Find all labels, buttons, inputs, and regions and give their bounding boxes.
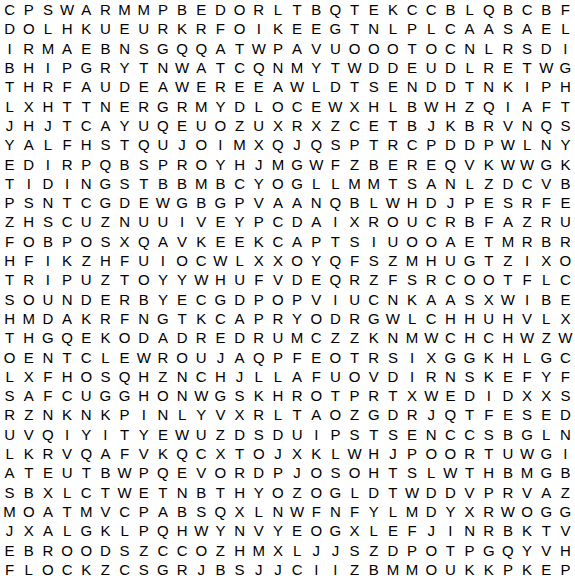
grid-cell[interactable]: J — [38, 116, 57, 135]
grid-cell[interactable]: C — [345, 116, 364, 135]
grid-cell[interactable]: J — [287, 135, 306, 154]
grid-cell[interactable]: V — [537, 540, 556, 559]
grid-cell[interactable]: L — [268, 367, 287, 386]
grid-cell[interactable]: W — [172, 77, 191, 96]
grid-cell[interactable]: Q — [115, 367, 134, 386]
grid-cell[interactable]: P — [0, 193, 19, 212]
grid-cell[interactable]: R — [172, 560, 191, 579]
grid-cell[interactable]: E — [172, 116, 191, 135]
grid-cell[interactable]: Z — [460, 96, 479, 115]
grid-cell[interactable]: V — [249, 193, 268, 212]
grid-cell[interactable]: T — [0, 174, 19, 193]
grid-cell[interactable]: S — [134, 39, 153, 58]
grid-cell[interactable]: Y — [115, 58, 134, 77]
grid-cell[interactable]: U — [230, 270, 249, 289]
grid-cell[interactable]: F — [517, 367, 536, 386]
grid-cell[interactable]: C — [422, 0, 441, 19]
grid-cell[interactable]: K — [57, 405, 76, 424]
grid-cell[interactable]: Z — [364, 540, 383, 559]
grid-cell[interactable]: R — [517, 232, 536, 251]
grid-cell[interactable]: L — [0, 444, 19, 463]
grid-cell[interactable]: A — [96, 444, 115, 463]
grid-cell[interactable]: X — [268, 251, 287, 270]
grid-cell[interactable]: D — [230, 328, 249, 347]
grid-cell[interactable]: L — [268, 405, 287, 424]
grid-cell[interactable]: A — [517, 19, 536, 38]
grid-cell[interactable]: N — [38, 347, 57, 366]
grid-cell[interactable]: H — [402, 193, 421, 212]
grid-cell[interactable]: D — [498, 174, 517, 193]
grid-cell[interactable]: O — [307, 521, 326, 540]
grid-cell[interactable]: E — [38, 463, 57, 482]
grid-cell[interactable]: G — [556, 58, 575, 77]
grid-cell[interactable]: A — [77, 0, 96, 19]
grid-cell[interactable]: Q — [249, 58, 268, 77]
grid-cell[interactable]: I — [57, 174, 76, 193]
grid-cell[interactable]: B — [96, 39, 115, 58]
grid-cell[interactable]: N — [115, 39, 134, 58]
grid-cell[interactable]: Q — [77, 444, 96, 463]
grid-cell[interactable]: O — [326, 347, 345, 366]
grid-cell[interactable]: D — [422, 502, 441, 521]
grid-cell[interactable]: E — [307, 270, 326, 289]
grid-cell[interactable]: A — [441, 289, 460, 308]
grid-cell[interactable]: E — [537, 405, 556, 424]
grid-cell[interactable]: G — [211, 289, 230, 308]
grid-cell[interactable]: M — [364, 174, 383, 193]
grid-cell[interactable]: O — [77, 367, 96, 386]
grid-cell[interactable]: W — [192, 270, 211, 289]
grid-cell[interactable]: W — [517, 154, 536, 173]
grid-cell[interactable]: I — [307, 425, 326, 444]
grid-cell[interactable]: A — [19, 135, 38, 154]
grid-cell[interactable]: A — [230, 309, 249, 328]
grid-cell[interactable]: T — [383, 116, 402, 135]
grid-cell[interactable]: L — [38, 19, 57, 38]
grid-cell[interactable]: L — [249, 96, 268, 115]
grid-cell[interactable]: H — [19, 58, 38, 77]
grid-cell[interactable]: S — [115, 540, 134, 559]
grid-cell[interactable]: G — [537, 347, 556, 366]
grid-cell[interactable]: S — [498, 193, 517, 212]
grid-cell[interactable]: W — [192, 521, 211, 540]
grid-cell[interactable]: D — [441, 77, 460, 96]
grid-cell[interactable]: J — [326, 540, 345, 559]
grid-cell[interactable]: R — [345, 270, 364, 289]
grid-cell[interactable]: B — [498, 425, 517, 444]
grid-cell[interactable]: H — [19, 328, 38, 347]
grid-cell[interactable]: K — [96, 405, 115, 424]
grid-cell[interactable]: A — [268, 77, 287, 96]
grid-cell[interactable]: H — [498, 328, 517, 347]
grid-cell[interactable]: W — [498, 289, 517, 308]
grid-cell[interactable]: Z — [498, 251, 517, 270]
grid-cell[interactable]: H — [479, 463, 498, 482]
grid-cell[interactable]: C — [460, 425, 479, 444]
grid-cell[interactable]: Y — [364, 502, 383, 521]
grid-cell[interactable]: W — [498, 154, 517, 173]
grid-cell[interactable]: E — [498, 405, 517, 424]
grid-cell[interactable]: L — [307, 77, 326, 96]
grid-cell[interactable]: E — [115, 347, 134, 366]
grid-cell[interactable]: R — [172, 96, 191, 115]
grid-cell[interactable]: T — [287, 405, 306, 424]
grid-cell[interactable]: A — [307, 405, 326, 424]
grid-cell[interactable]: K — [517, 560, 536, 579]
grid-cell[interactable]: E — [460, 232, 479, 251]
grid-cell[interactable]: U — [96, 77, 115, 96]
grid-cell[interactable]: R — [249, 405, 268, 424]
grid-cell[interactable]: Z — [345, 560, 364, 579]
grid-cell[interactable]: E — [0, 154, 19, 173]
grid-cell[interactable]: U — [192, 425, 211, 444]
grid-cell[interactable]: E — [172, 289, 191, 308]
grid-cell[interactable]: T — [57, 193, 76, 212]
grid-cell[interactable]: E — [364, 116, 383, 135]
grid-cell[interactable]: O — [517, 502, 536, 521]
grid-cell[interactable]: L — [307, 174, 326, 193]
grid-cell[interactable]: T — [383, 386, 402, 405]
grid-cell[interactable]: W — [57, 0, 76, 19]
grid-cell[interactable]: H — [38, 96, 57, 115]
grid-cell[interactable]: Y — [211, 154, 230, 173]
grid-cell[interactable]: R — [211, 77, 230, 96]
grid-cell[interactable]: T — [0, 270, 19, 289]
grid-cell[interactable]: V — [211, 405, 230, 424]
grid-cell[interactable]: G — [153, 309, 172, 328]
grid-cell[interactable]: I — [498, 96, 517, 115]
grid-cell[interactable]: R — [422, 367, 441, 386]
grid-cell[interactable]: J — [268, 444, 287, 463]
grid-cell[interactable]: J — [211, 347, 230, 366]
grid-cell[interactable]: P — [537, 77, 556, 96]
grid-cell[interactable]: W — [537, 58, 556, 77]
grid-cell[interactable]: R — [153, 347, 172, 366]
grid-cell[interactable]: O — [192, 154, 211, 173]
grid-cell[interactable]: D — [230, 289, 249, 308]
grid-cell[interactable]: F — [115, 251, 134, 270]
grid-cell[interactable]: C — [268, 212, 287, 231]
grid-cell[interactable]: B — [556, 463, 575, 482]
grid-cell[interactable]: T — [230, 39, 249, 58]
grid-cell[interactable]: I — [517, 77, 536, 96]
grid-cell[interactable]: T — [460, 77, 479, 96]
grid-cell[interactable]: X — [115, 232, 134, 251]
grid-cell[interactable]: N — [383, 328, 402, 347]
grid-cell[interactable]: U — [96, 19, 115, 38]
grid-cell[interactable]: Y — [0, 135, 19, 154]
grid-cell[interactable]: G — [287, 154, 306, 173]
grid-cell[interactable]: P — [268, 347, 287, 366]
grid-cell[interactable]: W — [115, 482, 134, 501]
grid-cell[interactable]: C — [0, 0, 19, 19]
grid-cell[interactable]: T — [230, 444, 249, 463]
grid-cell[interactable]: I — [249, 19, 268, 38]
grid-cell[interactable]: Y — [307, 58, 326, 77]
grid-cell[interactable]: L — [249, 502, 268, 521]
grid-cell[interactable]: O — [268, 482, 287, 501]
grid-cell[interactable]: T — [134, 174, 153, 193]
grid-cell[interactable]: A — [307, 212, 326, 231]
grid-cell[interactable]: T — [537, 521, 556, 540]
grid-cell[interactable]: G — [153, 560, 172, 579]
grid-cell[interactable]: E — [211, 212, 230, 231]
grid-cell[interactable]: O — [402, 232, 421, 251]
grid-cell[interactable]: G — [96, 174, 115, 193]
grid-cell[interactable]: J — [307, 540, 326, 559]
grid-cell[interactable]: E — [96, 289, 115, 308]
grid-cell[interactable]: U — [383, 232, 402, 251]
grid-cell[interactable]: W — [441, 463, 460, 482]
grid-cell[interactable]: A — [287, 232, 306, 251]
grid-cell[interactable]: L — [556, 19, 575, 38]
grid-cell[interactable]: E — [383, 154, 402, 173]
grid-cell[interactable]: L — [345, 482, 364, 501]
grid-cell[interactable]: N — [537, 135, 556, 154]
grid-cell[interactable]: F — [38, 367, 57, 386]
grid-cell[interactable]: E — [115, 19, 134, 38]
grid-cell[interactable]: B — [537, 232, 556, 251]
grid-cell[interactable]: L — [287, 540, 306, 559]
grid-cell[interactable]: M — [287, 328, 306, 347]
grid-cell[interactable]: F — [479, 405, 498, 424]
grid-cell[interactable]: M — [517, 463, 536, 482]
grid-cell[interactable]: V — [307, 289, 326, 308]
grid-cell[interactable]: F — [115, 444, 134, 463]
grid-cell[interactable]: G — [326, 521, 345, 540]
grid-cell[interactable]: L — [0, 367, 19, 386]
grid-cell[interactable]: R — [172, 154, 191, 173]
grid-cell[interactable]: Y — [192, 405, 211, 424]
grid-cell[interactable]: H — [57, 367, 76, 386]
grid-cell[interactable]: O — [19, 502, 38, 521]
grid-cell[interactable]: U — [479, 309, 498, 328]
grid-cell[interactable]: R — [153, 19, 172, 38]
grid-cell[interactable]: G — [537, 463, 556, 482]
grid-cell[interactable]: D — [383, 540, 402, 559]
grid-cell[interactable]: O — [307, 386, 326, 405]
grid-cell[interactable]: S — [460, 289, 479, 308]
grid-cell[interactable]: A — [422, 289, 441, 308]
grid-cell[interactable]: F — [19, 251, 38, 270]
grid-cell[interactable]: O — [230, 19, 249, 38]
grid-cell[interactable]: A — [287, 193, 306, 212]
grid-cell[interactable]: C — [153, 540, 172, 559]
grid-cell[interactable]: O — [230, 0, 249, 19]
grid-cell[interactable]: D — [326, 309, 345, 328]
grid-cell[interactable]: E — [192, 0, 211, 19]
grid-cell[interactable]: W — [517, 444, 536, 463]
grid-cell[interactable]: R — [230, 463, 249, 482]
grid-cell[interactable]: S — [402, 463, 421, 482]
grid-cell[interactable]: L — [479, 39, 498, 58]
grid-cell[interactable]: T — [326, 58, 345, 77]
grid-cell[interactable]: I — [402, 347, 421, 366]
grid-cell[interactable]: E — [230, 232, 249, 251]
grid-cell[interactable]: O — [422, 560, 441, 579]
grid-cell[interactable]: D — [115, 77, 134, 96]
grid-cell[interactable]: V — [307, 39, 326, 58]
grid-cell[interactable]: F — [537, 193, 556, 212]
grid-cell[interactable]: I — [326, 212, 345, 231]
grid-cell[interactable]: Y — [517, 540, 536, 559]
grid-cell[interactable]: N — [38, 193, 57, 212]
grid-cell[interactable]: T — [326, 232, 345, 251]
grid-cell[interactable]: R — [192, 19, 211, 38]
grid-cell[interactable]: L — [537, 309, 556, 328]
grid-cell[interactable]: S — [402, 270, 421, 289]
grid-cell[interactable]: V — [192, 463, 211, 482]
grid-cell[interactable]: B — [441, 0, 460, 19]
grid-cell[interactable]: O — [268, 96, 287, 115]
grid-cell[interactable]: A — [38, 521, 57, 540]
grid-cell[interactable]: M — [402, 502, 421, 521]
grid-cell[interactable]: R — [498, 39, 517, 58]
grid-cell[interactable]: O — [422, 232, 441, 251]
grid-cell[interactable]: H — [556, 540, 575, 559]
grid-cell[interactable]: K — [192, 232, 211, 251]
grid-cell[interactable]: Q — [172, 39, 191, 58]
grid-cell[interactable]: K — [460, 560, 479, 579]
grid-cell[interactable]: H — [230, 482, 249, 501]
grid-cell[interactable]: U — [441, 251, 460, 270]
grid-cell[interactable]: K — [479, 367, 498, 386]
grid-cell[interactable]: E — [441, 386, 460, 405]
grid-cell[interactable]: W — [383, 309, 402, 328]
grid-cell[interactable]: F — [326, 154, 345, 173]
grid-cell[interactable]: R — [57, 154, 76, 173]
grid-cell[interactable]: R — [345, 309, 364, 328]
grid-cell[interactable]: A — [441, 232, 460, 251]
grid-cell[interactable]: Q — [326, 0, 345, 19]
grid-cell[interactable]: M — [402, 251, 421, 270]
grid-cell[interactable]: R — [0, 405, 19, 424]
grid-cell[interactable]: S — [383, 425, 402, 444]
grid-cell[interactable]: O — [0, 347, 19, 366]
grid-cell[interactable]: T — [402, 39, 421, 58]
grid-cell[interactable]: R — [364, 386, 383, 405]
grid-cell[interactable]: I — [38, 251, 57, 270]
grid-cell[interactable]: G — [211, 193, 230, 212]
grid-cell[interactable]: P — [402, 540, 421, 559]
grid-cell[interactable]: R — [479, 502, 498, 521]
grid-cell[interactable]: R — [96, 309, 115, 328]
grid-cell[interactable]: E — [172, 463, 191, 482]
grid-cell[interactable]: O — [211, 116, 230, 135]
grid-cell[interactable]: B — [96, 463, 115, 482]
grid-cell[interactable]: K — [364, 328, 383, 347]
grid-cell[interactable]: W — [172, 425, 191, 444]
grid-cell[interactable]: B — [172, 174, 191, 193]
grid-cell[interactable]: O — [19, 232, 38, 251]
grid-cell[interactable]: U — [134, 19, 153, 38]
grid-cell[interactable]: K — [268, 19, 287, 38]
grid-cell[interactable]: K — [441, 116, 460, 135]
grid-cell[interactable]: M — [402, 560, 421, 579]
grid-cell[interactable]: G — [517, 425, 536, 444]
grid-cell[interactable]: Q — [537, 116, 556, 135]
grid-cell[interactable]: G — [326, 482, 345, 501]
grid-cell[interactable]: M — [402, 328, 421, 347]
grid-cell[interactable]: S — [364, 77, 383, 96]
grid-cell[interactable]: A — [422, 174, 441, 193]
grid-cell[interactable]: E — [422, 154, 441, 173]
grid-cell[interactable]: L — [517, 347, 536, 366]
grid-cell[interactable]: G — [556, 502, 575, 521]
grid-cell[interactable]: P — [287, 289, 306, 308]
grid-cell[interactable]: H — [364, 463, 383, 482]
grid-cell[interactable]: K — [57, 251, 76, 270]
grid-cell[interactable]: F — [402, 521, 421, 540]
grid-cell[interactable]: S — [192, 502, 211, 521]
grid-cell[interactable]: Q — [192, 39, 211, 58]
grid-cell[interactable]: F — [249, 270, 268, 289]
grid-cell[interactable]: C — [441, 425, 460, 444]
grid-cell[interactable]: S — [96, 367, 115, 386]
grid-cell[interactable]: Z — [383, 251, 402, 270]
grid-cell[interactable]: E — [211, 232, 230, 251]
grid-cell[interactable]: Q — [326, 270, 345, 289]
grid-cell[interactable]: X — [517, 386, 536, 405]
grid-cell[interactable]: V — [268, 270, 287, 289]
grid-cell[interactable]: S — [383, 347, 402, 366]
grid-cell[interactable]: R — [38, 77, 57, 96]
grid-cell[interactable]: S — [249, 425, 268, 444]
grid-cell[interactable]: B — [172, 502, 191, 521]
grid-cell[interactable]: A — [57, 39, 76, 58]
grid-cell[interactable]: G — [153, 96, 172, 115]
grid-cell[interactable]: R — [441, 212, 460, 231]
grid-cell[interactable]: E — [537, 560, 556, 579]
grid-cell[interactable]: T — [383, 482, 402, 501]
grid-cell[interactable]: H — [19, 77, 38, 96]
grid-cell[interactable]: A — [517, 96, 536, 115]
grid-cell[interactable]: K — [77, 560, 96, 579]
grid-cell[interactable]: E — [402, 58, 421, 77]
grid-cell[interactable]: R — [38, 444, 57, 463]
grid-cell[interactable]: K — [96, 521, 115, 540]
grid-cell[interactable]: L — [402, 309, 421, 328]
grid-cell[interactable]: E — [556, 289, 575, 308]
grid-cell[interactable]: N — [230, 521, 249, 540]
grid-cell[interactable]: V — [460, 482, 479, 501]
grid-cell[interactable]: E — [249, 77, 268, 96]
grid-cell[interactable]: X — [19, 367, 38, 386]
grid-cell[interactable]: D — [422, 482, 441, 501]
grid-cell[interactable]: B — [460, 116, 479, 135]
grid-cell[interactable]: L — [460, 174, 479, 193]
grid-cell[interactable]: M — [230, 135, 249, 154]
grid-cell[interactable]: G — [172, 193, 191, 212]
grid-cell[interactable]: B — [192, 482, 211, 501]
grid-cell[interactable]: A — [19, 386, 38, 405]
grid-cell[interactable]: D — [383, 367, 402, 386]
grid-cell[interactable]: O — [134, 270, 153, 289]
grid-cell[interactable]: N — [441, 174, 460, 193]
grid-cell[interactable]: X — [249, 251, 268, 270]
grid-cell[interactable]: U — [77, 212, 96, 231]
grid-cell[interactable]: L — [460, 58, 479, 77]
grid-cell[interactable]: M — [383, 560, 402, 579]
grid-cell[interactable]: L — [537, 425, 556, 444]
grid-cell[interactable]: X — [422, 347, 441, 366]
grid-cell[interactable]: F — [287, 347, 306, 366]
grid-cell[interactable]: W — [422, 96, 441, 115]
grid-cell[interactable]: F — [345, 502, 364, 521]
grid-cell[interactable]: I — [556, 444, 575, 463]
grid-cell[interactable]: W — [211, 251, 230, 270]
grid-cell[interactable]: O — [307, 463, 326, 482]
